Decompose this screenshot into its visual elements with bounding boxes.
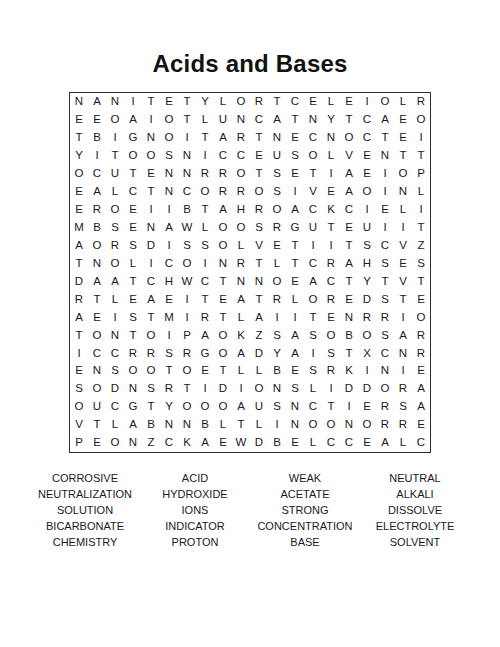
grid-cell[interactable]: E	[124, 201, 142, 219]
grid-cell[interactable]: U	[250, 398, 268, 416]
grid-cell[interactable]: E	[394, 111, 412, 129]
grid-cell[interactable]: A	[88, 183, 106, 201]
grid-cell[interactable]: O	[214, 237, 232, 255]
grid-cell[interactable]: A	[340, 165, 358, 183]
grid-cell[interactable]: L	[394, 201, 412, 219]
grid-cell[interactable]: N	[160, 416, 178, 434]
grid-cell[interactable]: M	[160, 308, 178, 326]
grid-cell[interactable]: A	[232, 290, 250, 308]
grid-cell[interactable]: Y	[322, 111, 340, 129]
grid-cell[interactable]: E	[376, 201, 394, 219]
grid-cell[interactable]: V	[304, 183, 322, 201]
grid-cell[interactable]: N	[214, 255, 232, 273]
grid-cell[interactable]: E	[286, 129, 304, 147]
grid-cell[interactable]: S	[358, 237, 376, 255]
grid-cell[interactable]: O	[160, 111, 178, 129]
grid-cell[interactable]: T	[214, 273, 232, 291]
grid-cell[interactable]: E	[340, 219, 358, 237]
grid-cell[interactable]: T	[412, 219, 430, 237]
grid-cell[interactable]: T	[340, 273, 358, 291]
grid-cell[interactable]: K	[232, 326, 250, 344]
grid-cell[interactable]: T	[250, 290, 268, 308]
grid-cell[interactable]: L	[394, 434, 412, 452]
grid-cell[interactable]: P	[412, 165, 430, 183]
grid-cell[interactable]: S	[304, 362, 322, 380]
grid-cell[interactable]: C	[412, 434, 430, 452]
grid-cell[interactable]: T	[322, 219, 340, 237]
grid-cell[interactable]: O	[106, 255, 124, 273]
grid-cell[interactable]: R	[376, 416, 394, 434]
grid-cell[interactable]: L	[286, 290, 304, 308]
grid-cell[interactable]: N	[286, 416, 304, 434]
grid-cell[interactable]: A	[142, 290, 160, 308]
grid-cell[interactable]: A	[286, 344, 304, 362]
grid-cell[interactable]: O	[394, 165, 412, 183]
grid-cell[interactable]: E	[358, 147, 376, 165]
grid-cell[interactable]: A	[412, 398, 430, 416]
grid-cell[interactable]: N	[268, 380, 286, 398]
grid-cell[interactable]: O	[250, 380, 268, 398]
grid-cell[interactable]: E	[358, 434, 376, 452]
grid-cell[interactable]: S	[286, 380, 304, 398]
grid-cell[interactable]: S	[106, 362, 124, 380]
grid-cell[interactable]: B	[196, 416, 214, 434]
grid-cell[interactable]: O	[178, 255, 196, 273]
grid-cell[interactable]: S	[70, 380, 88, 398]
grid-cell[interactable]: A	[376, 434, 394, 452]
grid-cell[interactable]: I	[376, 165, 394, 183]
grid-cell[interactable]: G	[286, 219, 304, 237]
grid-cell[interactable]: E	[88, 111, 106, 129]
grid-cell[interactable]: M	[70, 219, 88, 237]
grid-cell[interactable]: R	[268, 290, 286, 308]
grid-cell[interactable]: A	[196, 434, 214, 452]
grid-cell[interactable]: N	[106, 93, 124, 111]
grid-cell[interactable]: A	[232, 344, 250, 362]
grid-cell[interactable]: O	[214, 344, 232, 362]
grid-cell[interactable]: R	[88, 201, 106, 219]
grid-cell[interactable]: I	[358, 201, 376, 219]
grid-cell[interactable]: L	[268, 255, 286, 273]
grid-cell[interactable]: P	[178, 326, 196, 344]
grid-cell[interactable]: E	[70, 111, 88, 129]
grid-cell[interactable]: A	[268, 111, 286, 129]
grid-cell[interactable]: L	[124, 255, 142, 273]
grid-cell[interactable]: I	[142, 111, 160, 129]
grid-cell[interactable]: Y	[196, 93, 214, 111]
grid-cell[interactable]: L	[232, 308, 250, 326]
grid-cell[interactable]: E	[160, 93, 178, 111]
grid-cell[interactable]: R	[322, 290, 340, 308]
grid-cell[interactable]: C	[178, 183, 196, 201]
grid-cell[interactable]: N	[232, 273, 250, 291]
grid-cell[interactable]: A	[214, 201, 232, 219]
grid-cell[interactable]: B	[268, 362, 286, 380]
grid-cell[interactable]: U	[106, 165, 124, 183]
grid-cell[interactable]: O	[88, 326, 106, 344]
grid-cell[interactable]: T	[124, 165, 142, 183]
grid-cell[interactable]: A	[286, 326, 304, 344]
grid-cell[interactable]: O	[250, 183, 268, 201]
grid-cell[interactable]: L	[196, 111, 214, 129]
grid-cell[interactable]: C	[160, 434, 178, 452]
grid-cell[interactable]: T	[322, 398, 340, 416]
grid-cell[interactable]: N	[106, 326, 124, 344]
grid-cell[interactable]: E	[286, 165, 304, 183]
grid-cell[interactable]: T	[412, 147, 430, 165]
grid-cell[interactable]: E	[286, 273, 304, 291]
grid-cell[interactable]: E	[340, 93, 358, 111]
grid-cell[interactable]: T	[196, 129, 214, 147]
grid-cell[interactable]: T	[124, 326, 142, 344]
grid-cell[interactable]: E	[88, 434, 106, 452]
grid-cell[interactable]: T	[160, 362, 178, 380]
grid-cell[interactable]: C	[322, 434, 340, 452]
grid-cell[interactable]: D	[70, 273, 88, 291]
grid-cell[interactable]: O	[358, 326, 376, 344]
grid-cell[interactable]: I	[394, 308, 412, 326]
grid-cell[interactable]: N	[160, 165, 178, 183]
grid-cell[interactable]: O	[358, 416, 376, 434]
grid-cell[interactable]: Y	[160, 398, 178, 416]
grid-cell[interactable]: A	[124, 111, 142, 129]
grid-cell[interactable]: T	[142, 308, 160, 326]
grid-cell[interactable]: T	[178, 111, 196, 129]
grid-cell[interactable]: V	[340, 147, 358, 165]
grid-cell[interactable]: I	[412, 201, 430, 219]
grid-cell[interactable]: L	[106, 290, 124, 308]
grid-cell[interactable]: H	[232, 201, 250, 219]
grid-cell[interactable]: S	[412, 255, 430, 273]
grid-cell[interactable]: I	[268, 416, 286, 434]
grid-cell[interactable]: L	[322, 93, 340, 111]
grid-cell[interactable]: Y	[268, 344, 286, 362]
grid-cell[interactable]: Y	[358, 273, 376, 291]
grid-cell[interactable]: V	[394, 273, 412, 291]
grid-cell[interactable]: S	[268, 165, 286, 183]
grid-cell[interactable]: S	[142, 380, 160, 398]
grid-cell[interactable]: S	[268, 183, 286, 201]
grid-cell[interactable]: V	[394, 237, 412, 255]
grid-cell[interactable]: E	[70, 183, 88, 201]
grid-cell[interactable]: T	[178, 380, 196, 398]
grid-cell[interactable]: I	[304, 344, 322, 362]
grid-cell[interactable]: R	[268, 219, 286, 237]
grid-cell[interactable]: A	[214, 129, 232, 147]
grid-cell[interactable]: T	[70, 326, 88, 344]
grid-cell[interactable]: E	[196, 362, 214, 380]
grid-cell[interactable]: R	[376, 398, 394, 416]
grid-cell[interactable]: O	[232, 165, 250, 183]
grid-cell[interactable]: L	[106, 416, 124, 434]
grid-cell[interactable]: E	[160, 290, 178, 308]
grid-cell[interactable]: C	[250, 111, 268, 129]
grid-cell[interactable]: T	[286, 237, 304, 255]
grid-cell[interactable]: Z	[142, 434, 160, 452]
grid-cell[interactable]: R	[178, 344, 196, 362]
grid-cell[interactable]: E	[88, 308, 106, 326]
grid-cell[interactable]: G	[196, 344, 214, 362]
grid-cell[interactable]: D	[250, 434, 268, 452]
grid-cell[interactable]: T	[304, 308, 322, 326]
grid-cell[interactable]: U	[88, 398, 106, 416]
grid-cell[interactable]: B	[178, 201, 196, 219]
grid-cell[interactable]: E	[70, 362, 88, 380]
grid-cell[interactable]: S	[124, 308, 142, 326]
grid-cell[interactable]: L	[304, 434, 322, 452]
grid-cell[interactable]: L	[214, 416, 232, 434]
grid-cell[interactable]: O	[214, 326, 232, 344]
grid-cell[interactable]: C	[304, 201, 322, 219]
grid-cell[interactable]: L	[250, 416, 268, 434]
grid-cell[interactable]: A	[394, 326, 412, 344]
grid-cell[interactable]: R	[214, 165, 232, 183]
grid-cell[interactable]: R	[412, 93, 430, 111]
grid-cell[interactable]: U	[214, 111, 232, 129]
grid-cell[interactable]: G	[124, 129, 142, 147]
grid-cell[interactable]: N	[232, 111, 250, 129]
grid-cell[interactable]: O	[160, 129, 178, 147]
grid-cell[interactable]: T	[88, 290, 106, 308]
grid-cell[interactable]: I	[178, 129, 196, 147]
grid-cell[interactable]: L	[322, 147, 340, 165]
grid-cell[interactable]: I	[268, 308, 286, 326]
grid-cell[interactable]: W	[232, 434, 250, 452]
grid-cell[interactable]: R	[250, 93, 268, 111]
grid-cell[interactable]: O	[412, 308, 430, 326]
grid-cell[interactable]: E	[214, 290, 232, 308]
grid-cell[interactable]: A	[376, 111, 394, 129]
grid-cell[interactable]: C	[376, 237, 394, 255]
grid-cell[interactable]: H	[160, 273, 178, 291]
grid-cell[interactable]: I	[322, 380, 340, 398]
grid-cell[interactable]: T	[340, 344, 358, 362]
grid-cell[interactable]: T	[88, 416, 106, 434]
grid-cell[interactable]: E	[124, 219, 142, 237]
grid-cell[interactable]: O	[106, 111, 124, 129]
grid-cell[interactable]: R	[412, 326, 430, 344]
grid-cell[interactable]: I	[70, 344, 88, 362]
grid-cell[interactable]: L	[196, 219, 214, 237]
grid-cell[interactable]: E	[394, 255, 412, 273]
grid-cell[interactable]: E	[394, 129, 412, 147]
grid-cell[interactable]: C	[142, 273, 160, 291]
grid-cell[interactable]: S	[160, 344, 178, 362]
grid-cell[interactable]: I	[412, 129, 430, 147]
grid-cell[interactable]: T	[178, 93, 196, 111]
grid-cell[interactable]: N	[322, 129, 340, 147]
grid-cell[interactable]: C	[340, 201, 358, 219]
grid-cell[interactable]: S	[160, 147, 178, 165]
grid-cell[interactable]: X	[358, 344, 376, 362]
grid-cell[interactable]: O	[88, 237, 106, 255]
grid-cell[interactable]: I	[340, 398, 358, 416]
grid-cell[interactable]: C	[304, 129, 322, 147]
grid-cell[interactable]: O	[88, 380, 106, 398]
grid-cell[interactable]: I	[286, 308, 304, 326]
grid-cell[interactable]: L	[232, 362, 250, 380]
grid-cell[interactable]: O	[232, 93, 250, 111]
grid-cell[interactable]: C	[106, 344, 124, 362]
grid-cell[interactable]: H	[358, 255, 376, 273]
grid-cell[interactable]: R	[394, 380, 412, 398]
grid-cell[interactable]: D	[106, 380, 124, 398]
grid-cell[interactable]: R	[232, 129, 250, 147]
grid-cell[interactable]: S	[376, 290, 394, 308]
grid-cell[interactable]: E	[304, 93, 322, 111]
grid-cell[interactable]: S	[268, 326, 286, 344]
grid-cell[interactable]: K	[178, 434, 196, 452]
grid-cell[interactable]: T	[376, 273, 394, 291]
grid-cell[interactable]: N	[178, 416, 196, 434]
grid-cell[interactable]: R	[412, 344, 430, 362]
grid-cell[interactable]: E	[286, 362, 304, 380]
grid-cell[interactable]: A	[70, 308, 88, 326]
grid-cell[interactable]: C	[304, 398, 322, 416]
grid-cell[interactable]: R	[160, 380, 178, 398]
grid-cell[interactable]: I	[178, 290, 196, 308]
grid-cell[interactable]: I	[124, 93, 142, 111]
grid-cell[interactable]: R	[214, 183, 232, 201]
grid-cell[interactable]: I	[106, 129, 124, 147]
grid-cell[interactable]: T	[376, 129, 394, 147]
grid-cell[interactable]: C	[304, 255, 322, 273]
grid-cell[interactable]: Y	[70, 147, 88, 165]
grid-cell[interactable]: R	[232, 183, 250, 201]
grid-cell[interactable]: L	[106, 183, 124, 201]
grid-cell[interactable]: W	[178, 273, 196, 291]
grid-cell[interactable]: E	[70, 201, 88, 219]
grid-cell[interactable]: E	[412, 362, 430, 380]
grid-cell[interactable]: Z	[412, 237, 430, 255]
grid-cell[interactable]: O	[376, 380, 394, 398]
grid-cell[interactable]: N	[70, 93, 88, 111]
grid-cell[interactable]: A	[70, 237, 88, 255]
grid-cell[interactable]: C	[322, 273, 340, 291]
grid-cell[interactable]: N	[286, 398, 304, 416]
grid-cell[interactable]: O	[232, 219, 250, 237]
grid-cell[interactable]: O	[196, 398, 214, 416]
grid-cell[interactable]: T	[214, 362, 232, 380]
grid-cell[interactable]: O	[322, 416, 340, 434]
grid-cell[interactable]: L	[214, 93, 232, 111]
grid-cell[interactable]: I	[142, 201, 160, 219]
grid-cell[interactable]: U	[268, 147, 286, 165]
grid-cell[interactable]: A	[106, 273, 124, 291]
grid-cell[interactable]: I	[304, 237, 322, 255]
grid-cell[interactable]: I	[376, 183, 394, 201]
grid-cell[interactable]: I	[232, 380, 250, 398]
grid-cell[interactable]: O	[142, 326, 160, 344]
grid-cell[interactable]: S	[286, 147, 304, 165]
grid-cell[interactable]: D	[340, 380, 358, 398]
grid-cell[interactable]: R	[322, 255, 340, 273]
grid-cell[interactable]: A	[304, 273, 322, 291]
grid-cell[interactable]: E	[322, 308, 340, 326]
grid-cell[interactable]: N	[376, 147, 394, 165]
grid-cell[interactable]: C	[106, 398, 124, 416]
grid-cell[interactable]: E	[286, 434, 304, 452]
grid-cell[interactable]: V	[70, 416, 88, 434]
grid-cell[interactable]: L	[394, 93, 412, 111]
grid-cell[interactable]: T	[286, 111, 304, 129]
grid-cell[interactable]: N	[394, 344, 412, 362]
grid-cell[interactable]: T	[286, 255, 304, 273]
grid-cell[interactable]: K	[322, 201, 340, 219]
grid-cell[interactable]: O	[304, 290, 322, 308]
grid-cell[interactable]: N	[340, 308, 358, 326]
grid-cell[interactable]: I	[322, 165, 340, 183]
grid-cell[interactable]: I	[160, 201, 178, 219]
grid-cell[interactable]: W	[178, 219, 196, 237]
grid-cell[interactable]: C	[124, 183, 142, 201]
grid-cell[interactable]: T	[340, 237, 358, 255]
grid-cell[interactable]: E	[358, 398, 376, 416]
grid-cell[interactable]: O	[178, 398, 196, 416]
grid-cell[interactable]: S	[250, 219, 268, 237]
grid-cell[interactable]: T	[304, 165, 322, 183]
grid-cell[interactable]: A	[88, 93, 106, 111]
grid-cell[interactable]: O	[124, 362, 142, 380]
grid-cell[interactable]: S	[376, 255, 394, 273]
grid-cell[interactable]: L	[304, 380, 322, 398]
grid-cell[interactable]: T	[394, 290, 412, 308]
grid-cell[interactable]: A	[340, 255, 358, 273]
grid-cell[interactable]: B	[142, 416, 160, 434]
grid-cell[interactable]: S	[196, 237, 214, 255]
grid-cell[interactable]: R	[142, 344, 160, 362]
grid-cell[interactable]: R	[376, 308, 394, 326]
grid-cell[interactable]: E	[412, 290, 430, 308]
grid-cell[interactable]: E	[358, 165, 376, 183]
grid-cell[interactable]: T	[412, 273, 430, 291]
grid-cell[interactable]: I	[196, 147, 214, 165]
grid-cell[interactable]: S	[394, 398, 412, 416]
grid-cell[interactable]: A	[196, 326, 214, 344]
grid-cell[interactable]: O	[322, 326, 340, 344]
grid-cell[interactable]: N	[394, 183, 412, 201]
grid-cell[interactable]: N	[250, 273, 268, 291]
grid-cell[interactable]: A	[232, 398, 250, 416]
grid-cell[interactable]: E	[214, 434, 232, 452]
grid-cell[interactable]: N	[124, 380, 142, 398]
grid-cell[interactable]: S	[106, 219, 124, 237]
grid-cell[interactable]: I	[142, 255, 160, 273]
grid-cell[interactable]: N	[268, 129, 286, 147]
grid-cell[interactable]: O	[214, 398, 232, 416]
grid-cell[interactable]: N	[88, 255, 106, 273]
grid-cell[interactable]: T	[70, 129, 88, 147]
grid-cell[interactable]: K	[340, 362, 358, 380]
grid-cell[interactable]: N	[88, 362, 106, 380]
grid-cell[interactable]: D	[214, 380, 232, 398]
grid-cell[interactable]: E	[340, 290, 358, 308]
grid-cell[interactable]: I	[88, 147, 106, 165]
grid-cell[interactable]: N	[124, 434, 142, 452]
grid-cell[interactable]: O	[124, 147, 142, 165]
grid-cell[interactable]: T	[142, 398, 160, 416]
grid-cell[interactable]: G	[124, 398, 142, 416]
grid-cell[interactable]: E	[142, 165, 160, 183]
grid-cell[interactable]: I	[106, 308, 124, 326]
grid-cell[interactable]: T	[124, 273, 142, 291]
grid-cell[interactable]: C	[160, 255, 178, 273]
grid-cell[interactable]: I	[286, 183, 304, 201]
grid-cell[interactable]: N	[142, 219, 160, 237]
grid-cell[interactable]: C	[232, 147, 250, 165]
grid-cell[interactable]: C	[88, 344, 106, 362]
grid-cell[interactable]: I	[322, 237, 340, 255]
